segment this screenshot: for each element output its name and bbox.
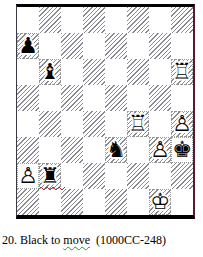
square-c5 xyxy=(61,85,83,111)
square-d2 xyxy=(83,163,105,189)
square-f1 xyxy=(127,189,149,215)
square-b2: ♜ xyxy=(39,163,61,189)
square-a5 xyxy=(17,85,39,111)
square-c3 xyxy=(61,137,83,163)
square-b8 xyxy=(39,7,61,33)
square-c8 xyxy=(61,7,83,33)
square-e5 xyxy=(105,85,127,111)
white-king-icon: ♚♔ xyxy=(149,189,171,215)
black-bishop-icon: ♝ xyxy=(39,59,61,85)
square-c6 xyxy=(61,59,83,85)
square-e8 xyxy=(105,7,127,33)
square-h5 xyxy=(171,85,193,111)
square-h1 xyxy=(171,189,193,215)
square-c4 xyxy=(61,111,83,137)
square-b6: ♝ xyxy=(39,59,61,85)
square-c2 xyxy=(61,163,83,189)
square-a6 xyxy=(17,59,39,85)
square-e3: ♞ xyxy=(105,137,127,163)
white-rook-icon: ♜♖ xyxy=(171,59,193,85)
square-c1 xyxy=(61,189,83,215)
square-c7 xyxy=(61,33,83,59)
square-e6 xyxy=(105,59,127,85)
square-g1: ♚♔ xyxy=(149,189,171,215)
white-pawn-icon: ♟♙ xyxy=(149,137,171,163)
black-pawn-icon: ♟ xyxy=(17,33,39,59)
square-d6 xyxy=(83,59,105,85)
square-a7: ♟ xyxy=(17,33,39,59)
square-f5 xyxy=(127,85,149,111)
square-d8 xyxy=(83,7,105,33)
square-g3: ♟♙ xyxy=(149,137,171,163)
square-e1 xyxy=(105,189,127,215)
square-h8 xyxy=(171,7,193,33)
square-b5 xyxy=(39,85,61,111)
square-a4 xyxy=(17,111,39,137)
square-d5 xyxy=(83,85,105,111)
square-g7 xyxy=(149,33,171,59)
square-h4: ♟♙ xyxy=(171,111,193,137)
square-a1 xyxy=(17,189,39,215)
black-rook-icon: ♜ xyxy=(39,163,61,189)
square-b1 xyxy=(39,189,61,215)
square-h7 xyxy=(171,33,193,59)
diagram-caption[interactable]: 20. Black tomove(1000CC-248) xyxy=(2,233,166,248)
square-a2: ♟♙ xyxy=(17,163,39,189)
square-d3 xyxy=(83,137,105,163)
square-f3 xyxy=(127,137,149,163)
white-pawn-icon: ♟♙ xyxy=(171,111,193,137)
square-g4 xyxy=(149,111,171,137)
square-g5 xyxy=(149,85,171,111)
square-a8 xyxy=(17,7,39,33)
black-king-icon: ♚ xyxy=(171,137,193,163)
square-d7 xyxy=(83,33,105,59)
square-f4: ♜♖ xyxy=(127,111,149,137)
white-rook-icon: ♜♖ xyxy=(127,111,149,137)
caption-source-code[interactable]: (1000CC-248) xyxy=(96,233,166,247)
square-d1 xyxy=(83,189,105,215)
black-knight-icon: ♞ xyxy=(105,137,127,163)
square-h2 xyxy=(171,163,193,189)
square-d4 xyxy=(83,111,105,137)
square-e7 xyxy=(105,33,127,59)
square-g2 xyxy=(149,163,171,189)
square-e2 xyxy=(105,163,127,189)
square-e4 xyxy=(105,111,127,137)
square-b7 xyxy=(39,33,61,59)
square-a3 xyxy=(17,137,39,163)
square-f8 xyxy=(127,7,149,33)
square-b3 xyxy=(39,137,61,163)
square-f6 xyxy=(127,59,149,85)
square-h3: ♚ xyxy=(171,137,193,163)
square-h6: ♜♖ xyxy=(171,59,193,85)
caption-underlined-word[interactable]: move xyxy=(63,233,90,247)
square-f7 xyxy=(127,33,149,59)
caption-prefix[interactable]: 20. Black to xyxy=(2,233,60,247)
chess-board: ♟♝♜♖♜♖♟♙♞♟♙♚♟♙♜♚♔ xyxy=(16,4,195,219)
square-g8 xyxy=(149,7,171,33)
square-f2 xyxy=(127,163,149,189)
square-g6 xyxy=(149,59,171,85)
white-pawn-icon: ♟♙ xyxy=(17,163,39,189)
square-b4 xyxy=(39,111,61,137)
board-squares: ♟♝♜♖♜♖♟♙♞♟♙♚♟♙♜♚♔ xyxy=(17,7,193,215)
